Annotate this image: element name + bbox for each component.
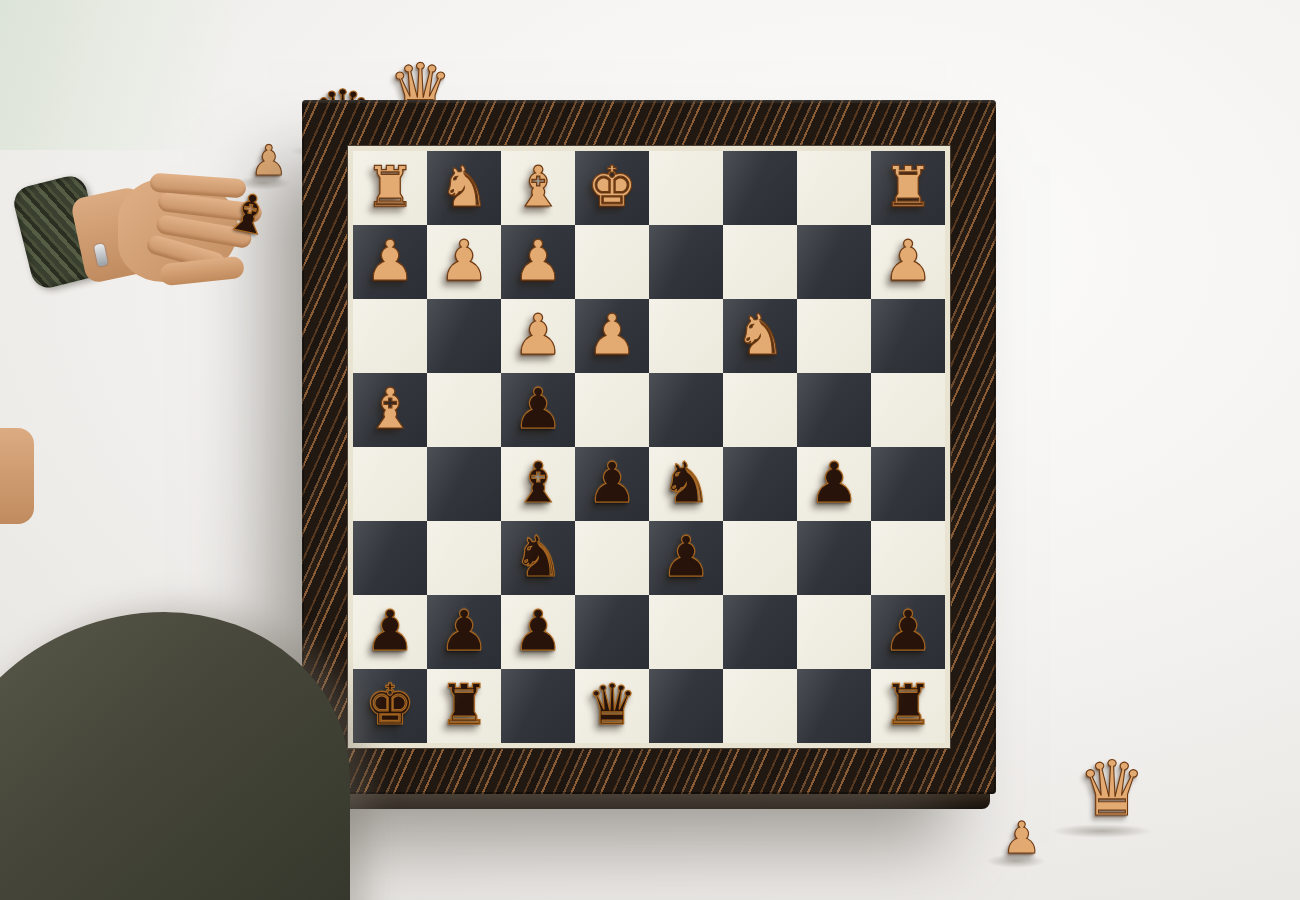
piece-light-bishop-c8: ♝ [501,151,575,225]
offboard-light-pawn: ♟ [1002,812,1041,863]
square-b5 [427,373,501,447]
square-sheen [649,225,723,299]
square-d4: ♟ [575,447,649,521]
square-sheen [797,299,871,373]
piece-light-rook-h8: ♜ [871,151,945,225]
square-f6: ♞ [723,299,797,373]
piece-dark-pawn-g4: ♟ [797,447,871,521]
board-frame: ♜♞♝♚♜♟♟♟♟♟♟♞♝♟♝♟♞♟♞♟♟♟♟♟♚♜♛♜ [302,100,996,794]
square-h6 [871,299,945,373]
square-f8 [723,151,797,225]
square-b1: ♜ [427,669,501,743]
square-c3: ♞ [501,521,575,595]
square-sheen [797,151,871,225]
piece-dark-rook-h1: ♜ [871,669,945,743]
square-b2: ♟ [427,595,501,669]
square-d5 [575,373,649,447]
square-a6 [353,299,427,373]
square-h8: ♜ [871,151,945,225]
square-g8 [797,151,871,225]
piece-light-pawn-c6: ♟ [501,299,575,373]
piece-dark-rook-b1: ♜ [427,669,501,743]
square-sheen [575,225,649,299]
square-sheen [427,373,501,447]
square-sheen [723,225,797,299]
square-d1: ♛ [575,669,649,743]
square-c4: ♝ [501,447,575,521]
square-sheen [871,447,945,521]
square-sheen [723,373,797,447]
square-sheen [649,151,723,225]
square-sheen [723,595,797,669]
piece-light-knight-f6: ♞ [723,299,797,373]
arm-skin [0,428,34,524]
piece-dark-knight-c3: ♞ [501,521,575,595]
piece-dark-pawn-h2: ♟ [871,595,945,669]
square-b6 [427,299,501,373]
square-e3: ♟ [649,521,723,595]
piece-dark-pawn-b2: ♟ [427,595,501,669]
photo-scene: ♟ ♛ ♛ ♜♞♝♚♜♟♟♟♟♟♟♞♝♟♝♟♞♟♞♟♟♟♟♟♚♜♛♜ ♟ ♛ ♝ [0,0,1300,900]
square-a4 [353,447,427,521]
square-h5 [871,373,945,447]
square-h7: ♟ [871,225,945,299]
piece-light-pawn-b7: ♟ [427,225,501,299]
chess-board: ♜♞♝♚♜♟♟♟♟♟♟♞♝♟♝♟♞♟♞♟♟♟♟♟♚♜♛♜ [302,100,996,794]
piece-dark-pawn-a2: ♟ [353,595,427,669]
square-c5: ♟ [501,373,575,447]
square-a2: ♟ [353,595,427,669]
square-e4: ♞ [649,447,723,521]
piece-light-knight-b8: ♞ [427,151,501,225]
piece-dark-pawn-c2: ♟ [501,595,575,669]
player-hand: ♝ [0,140,320,340]
square-g1 [797,669,871,743]
square-a1: ♚ [353,669,427,743]
square-c1 [501,669,575,743]
square-c7: ♟ [501,225,575,299]
square-f2 [723,595,797,669]
piece-dark-king-a1: ♚ [353,669,427,743]
square-b4 [427,447,501,521]
square-sheen [427,299,501,373]
piece-dark-bishop-c4: ♝ [501,447,575,521]
square-sheen [353,447,427,521]
square-sheen [501,669,575,743]
square-d8: ♚ [575,151,649,225]
square-c8: ♝ [501,151,575,225]
piece-shadow [1051,824,1153,838]
square-b3 [427,521,501,595]
square-g2 [797,595,871,669]
square-sheen [797,225,871,299]
square-e6 [649,299,723,373]
square-sheen [353,299,427,373]
square-e8 [649,151,723,225]
square-h2: ♟ [871,595,945,669]
square-a3 [353,521,427,595]
square-sheen [723,151,797,225]
queen-glyph: ♛ [1078,744,1146,833]
square-sheen [353,521,427,595]
square-sheen [871,299,945,373]
square-d2 [575,595,649,669]
square-d6: ♟ [575,299,649,373]
piece-light-pawn-a7: ♟ [353,225,427,299]
square-sheen [649,669,723,743]
square-f3 [723,521,797,595]
square-sheen [427,447,501,521]
square-f5 [723,373,797,447]
square-c6: ♟ [501,299,575,373]
piece-dark-queen-d1: ♛ [575,669,649,743]
square-b8: ♞ [427,151,501,225]
square-sheen [649,299,723,373]
square-f1 [723,669,797,743]
square-sheen [649,373,723,447]
square-sheen [723,447,797,521]
piece-dark-knight-e4: ♞ [649,447,723,521]
square-sheen [871,521,945,595]
sleeve [0,612,350,900]
board-edge [308,793,990,809]
square-h4 [871,447,945,521]
square-sheen [427,521,501,595]
square-sheen [575,373,649,447]
square-e2 [649,595,723,669]
square-sheen [723,669,797,743]
square-d7 [575,225,649,299]
square-g6 [797,299,871,373]
square-sheen [723,521,797,595]
piece-dark-pawn-c5: ♟ [501,373,575,447]
square-e5 [649,373,723,447]
piece-light-pawn-c7: ♟ [501,225,575,299]
square-a5: ♝ [353,373,427,447]
square-sheen [797,595,871,669]
piece-shadow [986,854,1045,868]
square-g5 [797,373,871,447]
square-sheen [871,373,945,447]
piece-light-pawn-h7: ♟ [871,225,945,299]
wall-corner [0,0,310,150]
square-e7 [649,225,723,299]
piece-light-pawn-d6: ♟ [575,299,649,373]
piece-light-king-d8: ♚ [575,151,649,225]
square-h1: ♜ [871,669,945,743]
square-sheen [575,595,649,669]
square-h3 [871,521,945,595]
piece-light-rook-a8: ♜ [353,151,427,225]
piece-light-bishop-a5: ♝ [353,373,427,447]
offboard-light-queen: ♛ [1078,744,1146,833]
square-sheen [797,373,871,447]
square-c2: ♟ [501,595,575,669]
piece-dark-pawn-d4: ♟ [575,447,649,521]
square-g3 [797,521,871,595]
square-sheen [797,669,871,743]
square-sheen [649,595,723,669]
square-e1 [649,669,723,743]
square-f7 [723,225,797,299]
square-d3 [575,521,649,595]
board-grid: ♜♞♝♚♜♟♟♟♟♟♟♞♝♟♝♟♞♟♞♟♟♟♟♟♚♜♛♜ [348,146,950,748]
square-a8: ♜ [353,151,427,225]
square-b7: ♟ [427,225,501,299]
square-g4: ♟ [797,447,871,521]
square-f4 [723,447,797,521]
square-sheen [797,521,871,595]
square-g7 [797,225,871,299]
square-sheen [575,521,649,595]
piece-dark-pawn-e3: ♟ [649,521,723,595]
square-a7: ♟ [353,225,427,299]
